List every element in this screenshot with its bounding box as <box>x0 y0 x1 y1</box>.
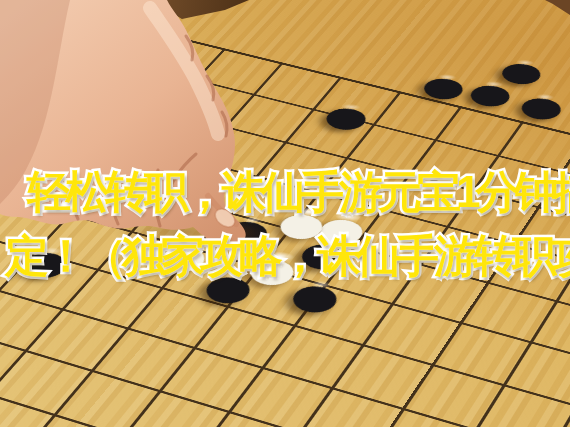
go-photo-stage: ●●●●●●●●●●●●●● 轻松转职，诛 <box>0 0 570 427</box>
hand <box>0 0 280 260</box>
